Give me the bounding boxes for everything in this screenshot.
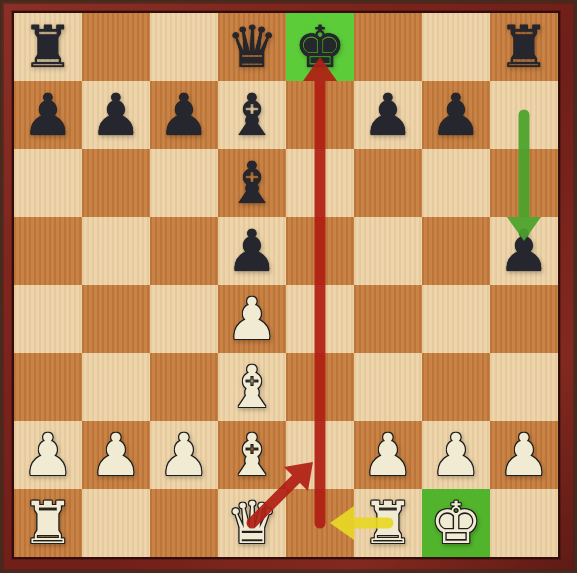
square-e4[interactable] — [286, 285, 354, 353]
piece-white-rook[interactable]: ♜ — [22, 489, 74, 557]
square-e6[interactable] — [286, 149, 354, 217]
piece-white-pawn[interactable]: ♟ — [158, 421, 210, 489]
square-h1[interactable] — [490, 489, 558, 557]
piece-white-pawn[interactable]: ♟ — [22, 421, 74, 489]
square-a7[interactable]: ♟ — [14, 81, 82, 149]
square-f4[interactable] — [354, 285, 422, 353]
piece-white-bishop[interactable]: ♝ — [226, 421, 278, 489]
square-f7[interactable]: ♟ — [354, 81, 422, 149]
square-g6[interactable] — [422, 149, 490, 217]
piece-black-rook[interactable]: ♜ — [498, 13, 550, 81]
piece-black-pawn[interactable]: ♟ — [90, 81, 142, 149]
square-b1[interactable] — [82, 489, 150, 557]
square-b5[interactable] — [82, 217, 150, 285]
square-b8[interactable] — [82, 13, 150, 81]
piece-black-bishop[interactable]: ♝ — [226, 81, 278, 149]
piece-black-pawn[interactable]: ♟ — [226, 217, 278, 285]
square-f2[interactable]: ♟ — [354, 421, 422, 489]
square-h6[interactable] — [490, 149, 558, 217]
piece-white-rook[interactable]: ♜ — [362, 489, 414, 557]
square-h5[interactable]: ♟ — [490, 217, 558, 285]
square-g2[interactable]: ♟ — [422, 421, 490, 489]
square-a5[interactable] — [14, 217, 82, 285]
square-a8[interactable]: ♜ — [14, 13, 82, 81]
piece-white-pawn[interactable]: ♟ — [498, 421, 550, 489]
square-e3[interactable] — [286, 353, 354, 421]
square-e7[interactable] — [286, 81, 354, 149]
piece-black-bishop[interactable]: ♝ — [226, 149, 278, 217]
piece-black-king[interactable]: ♚ — [294, 13, 346, 81]
piece-black-pawn[interactable]: ♟ — [498, 217, 550, 285]
piece-black-pawn[interactable]: ♟ — [158, 81, 210, 149]
square-g7[interactable]: ♟ — [422, 81, 490, 149]
square-a3[interactable] — [14, 353, 82, 421]
square-g3[interactable] — [422, 353, 490, 421]
square-f3[interactable] — [354, 353, 422, 421]
square-a2[interactable]: ♟ — [14, 421, 82, 489]
board-area: ♜♛♚♜♟♟♟♝♟♟♝♟♟♟♝♟♟♟♝♟♟♟♜♛♜♚ — [14, 13, 558, 557]
square-g5[interactable] — [422, 217, 490, 285]
chess-app: ♜♛♚♜♟♟♟♝♟♟♝♟♟♟♝♟♟♟♝♟♟♟♜♛♜♚ — [0, 0, 577, 573]
piece-black-pawn[interactable]: ♟ — [22, 81, 74, 149]
square-d7[interactable]: ♝ — [218, 81, 286, 149]
square-h4[interactable] — [490, 285, 558, 353]
piece-black-pawn[interactable]: ♟ — [430, 81, 482, 149]
square-a4[interactable] — [14, 285, 82, 353]
square-h8[interactable]: ♜ — [490, 13, 558, 81]
piece-white-bishop[interactable]: ♝ — [226, 353, 278, 421]
square-d2[interactable]: ♝ — [218, 421, 286, 489]
square-h3[interactable] — [490, 353, 558, 421]
square-c3[interactable] — [150, 353, 218, 421]
square-b6[interactable] — [82, 149, 150, 217]
square-b4[interactable] — [82, 285, 150, 353]
square-h7[interactable] — [490, 81, 558, 149]
piece-black-pawn[interactable]: ♟ — [362, 81, 414, 149]
square-c8[interactable] — [150, 13, 218, 81]
piece-white-queen[interactable]: ♛ — [226, 489, 278, 557]
square-c6[interactable] — [150, 149, 218, 217]
piece-black-rook[interactable]: ♜ — [22, 13, 74, 81]
square-a1[interactable]: ♜ — [14, 489, 82, 557]
square-d1[interactable]: ♛ — [218, 489, 286, 557]
square-c4[interactable] — [150, 285, 218, 353]
square-f5[interactable] — [354, 217, 422, 285]
piece-white-pawn[interactable]: ♟ — [430, 421, 482, 489]
square-d4[interactable]: ♟ — [218, 285, 286, 353]
square-g1[interactable]: ♚ — [422, 489, 490, 557]
piece-white-pawn[interactable]: ♟ — [362, 421, 414, 489]
square-d3[interactable]: ♝ — [218, 353, 286, 421]
square-e5[interactable] — [286, 217, 354, 285]
square-g8[interactable] — [422, 13, 490, 81]
square-b7[interactable]: ♟ — [82, 81, 150, 149]
square-h2[interactable]: ♟ — [490, 421, 558, 489]
square-c7[interactable]: ♟ — [150, 81, 218, 149]
square-c5[interactable] — [150, 217, 218, 285]
piece-white-king[interactable]: ♚ — [430, 489, 482, 557]
square-d6[interactable]: ♝ — [218, 149, 286, 217]
square-c2[interactable]: ♟ — [150, 421, 218, 489]
square-f1[interactable]: ♜ — [354, 489, 422, 557]
chess-board: ♜♛♚♜♟♟♟♝♟♟♝♟♟♟♝♟♟♟♝♟♟♟♜♛♜♚ — [14, 13, 558, 557]
square-a6[interactable] — [14, 149, 82, 217]
square-b3[interactable] — [82, 353, 150, 421]
square-f6[interactable] — [354, 149, 422, 217]
square-g4[interactable] — [422, 285, 490, 353]
square-e8[interactable]: ♚ — [286, 13, 354, 81]
square-f8[interactable] — [354, 13, 422, 81]
piece-black-queen[interactable]: ♛ — [226, 13, 278, 81]
square-c1[interactable] — [150, 489, 218, 557]
piece-white-pawn[interactable]: ♟ — [90, 421, 142, 489]
piece-white-pawn[interactable]: ♟ — [226, 285, 278, 353]
square-e2[interactable] — [286, 421, 354, 489]
square-b2[interactable]: ♟ — [82, 421, 150, 489]
square-d8[interactable]: ♛ — [218, 13, 286, 81]
square-d5[interactable]: ♟ — [218, 217, 286, 285]
square-e1[interactable] — [286, 489, 354, 557]
